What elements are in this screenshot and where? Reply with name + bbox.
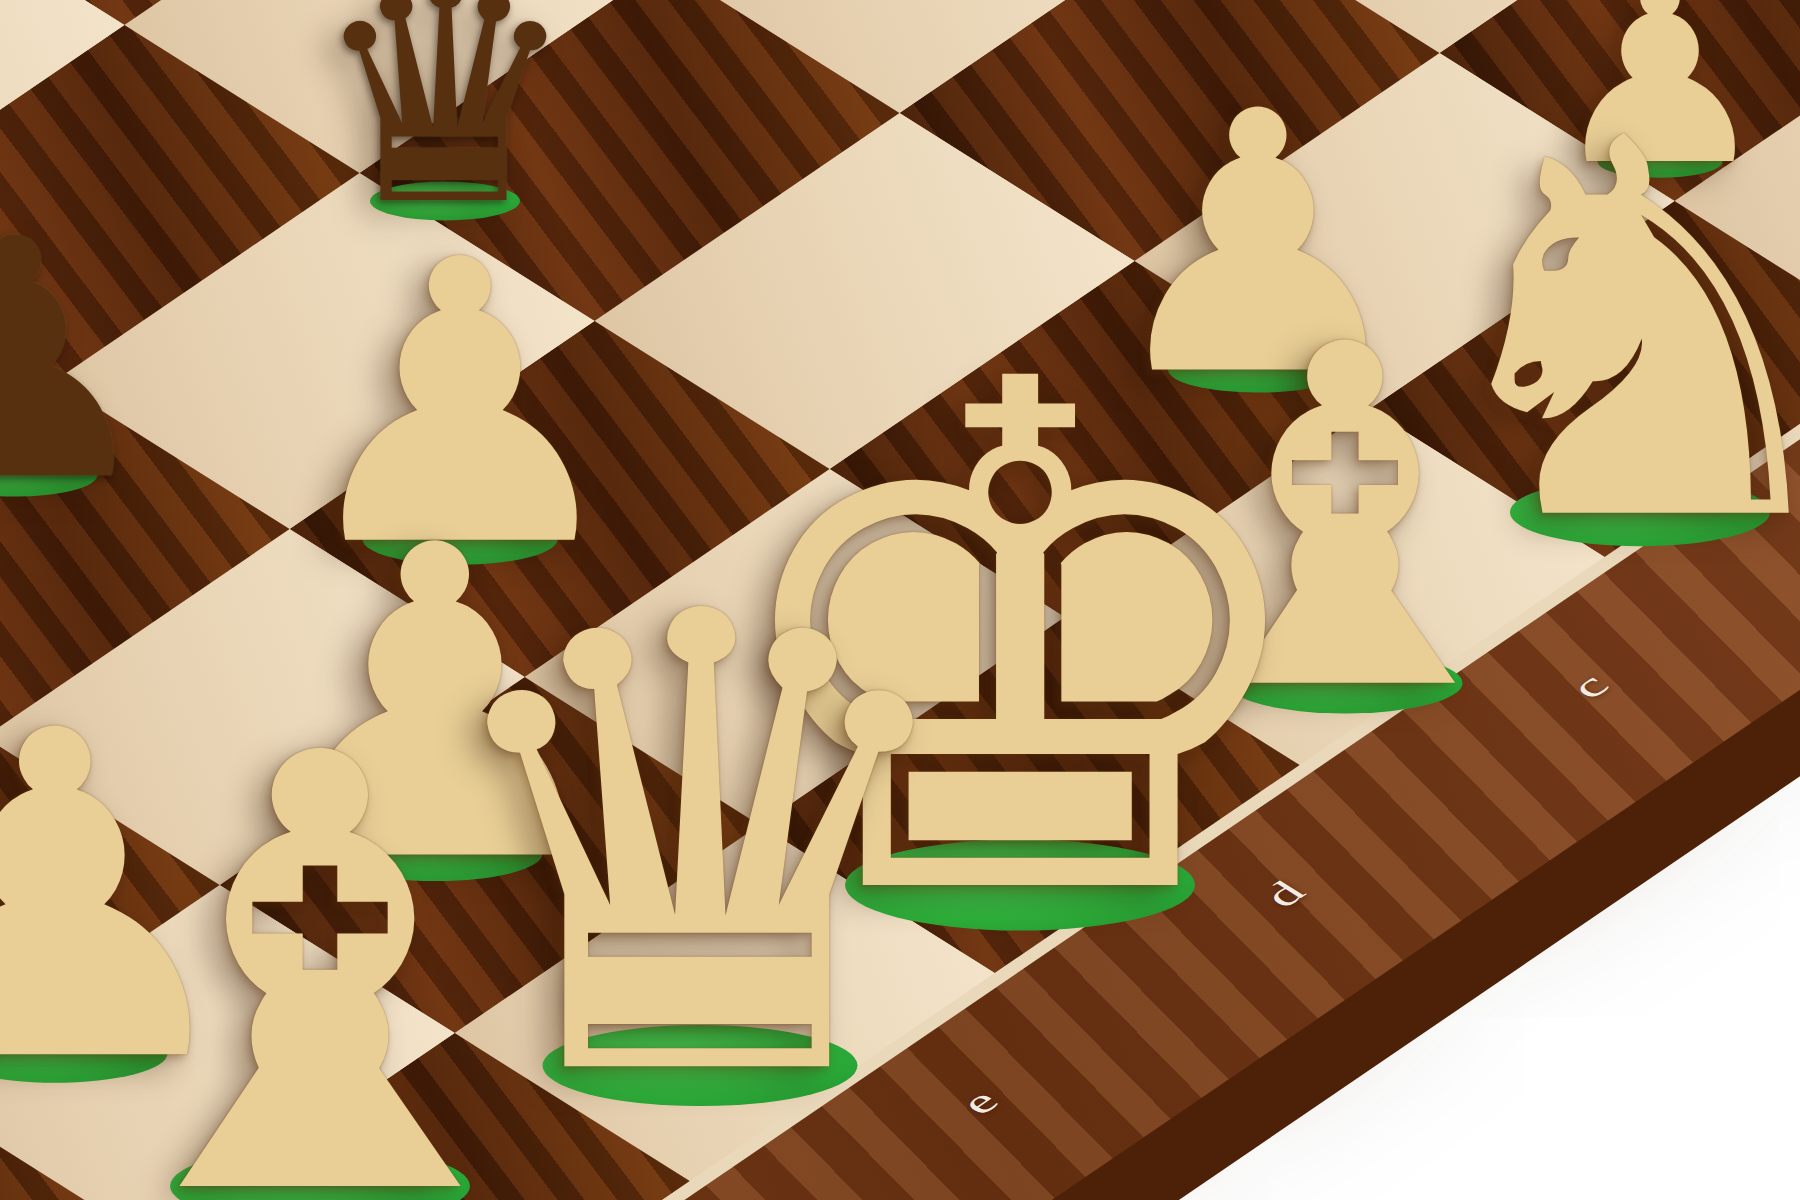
piece-white-bishop-f8: ♝ bbox=[51, 679, 589, 1200]
piece-black-pawn-e5: ♟ bbox=[0, 196, 163, 526]
chess-photo-scene: abcdefgh ♞♝♚♛♝♟♟♟♟♟♛♟ bbox=[0, 0, 1800, 1200]
